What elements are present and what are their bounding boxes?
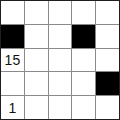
cell-r0c2[interactable] bbox=[49, 1, 72, 24]
cell-r4c2[interactable] bbox=[49, 96, 72, 119]
cell-number: 1 bbox=[9, 101, 17, 115]
cell-r2c3[interactable] bbox=[72, 49, 95, 72]
cell-r4c0[interactable]: 1 bbox=[1, 96, 24, 119]
cell-r0c3[interactable] bbox=[72, 1, 95, 24]
cell-r1c4[interactable] bbox=[96, 25, 119, 48]
cell-r1c2[interactable] bbox=[49, 25, 72, 48]
cell-r3c0[interactable] bbox=[1, 72, 24, 95]
blocked-cell-r3c4 bbox=[96, 72, 119, 95]
puzzle-grid: 151 bbox=[0, 0, 120, 120]
cell-r1c1[interactable] bbox=[25, 25, 48, 48]
cell-r4c1[interactable] bbox=[25, 96, 48, 119]
cell-r2c1[interactable] bbox=[25, 49, 48, 72]
cell-r0c0[interactable] bbox=[1, 1, 24, 24]
cell-r2c2[interactable] bbox=[49, 49, 72, 72]
cell-r0c4[interactable] bbox=[96, 1, 119, 24]
cell-r2c4[interactable] bbox=[96, 49, 119, 72]
cell-r2c0[interactable]: 15 bbox=[1, 49, 24, 72]
cell-number: 15 bbox=[5, 53, 21, 67]
blocked-cell-r1c3 bbox=[72, 25, 95, 48]
cell-r3c1[interactable] bbox=[25, 72, 48, 95]
cell-r3c2[interactable] bbox=[49, 72, 72, 95]
cell-r4c4[interactable] bbox=[96, 96, 119, 119]
cell-r0c1[interactable] bbox=[25, 1, 48, 24]
blocked-cell-r1c0 bbox=[1, 25, 24, 48]
cell-r3c3[interactable] bbox=[72, 72, 95, 95]
cell-r4c3[interactable] bbox=[72, 96, 95, 119]
